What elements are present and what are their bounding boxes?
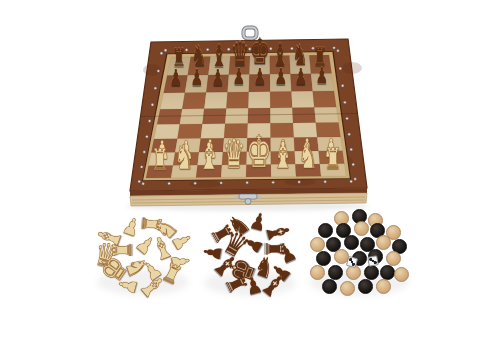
frame-pin-icon bbox=[157, 70, 159, 72]
frame-pin-icon bbox=[249, 48, 251, 50]
frame-pin-icon bbox=[206, 48, 208, 50]
chess-board[interactable] bbox=[0, 0, 495, 343]
frame-pin-icon bbox=[168, 182, 170, 184]
frame-pin-icon bbox=[164, 49, 166, 51]
frame-pin-icon bbox=[194, 182, 196, 184]
frame-pin-icon bbox=[312, 47, 314, 49]
frame-pin-icon bbox=[148, 120, 150, 122]
frame-pin-icon bbox=[270, 48, 272, 50]
frame-pin-icon bbox=[140, 166, 142, 168]
frame-pin-icon bbox=[341, 85, 343, 87]
frame-burl-texture bbox=[189, 181, 221, 188]
frame-pin-icon bbox=[337, 50, 339, 52]
frame-pin-icon bbox=[143, 151, 145, 153]
frame-pin-icon bbox=[324, 181, 326, 183]
frame-pin-icon bbox=[142, 183, 144, 185]
frame-pin-icon bbox=[352, 163, 354, 165]
frame-pin-icon bbox=[346, 117, 348, 119]
frame-pin-icon bbox=[344, 101, 346, 103]
frame-pin-icon bbox=[333, 47, 335, 49]
frame-pin-icon bbox=[228, 48, 230, 50]
frame-pin-icon bbox=[151, 104, 153, 106]
frame-pin-icon bbox=[154, 87, 156, 89]
frame-pin-icon bbox=[220, 182, 222, 184]
frame-pin-icon bbox=[246, 181, 248, 183]
frame-pin-icon bbox=[160, 52, 162, 54]
frame-pin-icon bbox=[146, 135, 148, 137]
frame-pin-icon bbox=[339, 67, 341, 69]
product-photo: ♜♞♝♛♚♝♞♜♟♟♟♟♟♟♟♟♟♟♟♟♟♟♟♟♜♞♝♛♚♝♞♜ ♝♟♜♞♟♛♜… bbox=[0, 0, 495, 343]
frame-pin-icon bbox=[185, 49, 187, 51]
frame-pin-icon bbox=[272, 181, 274, 183]
frame-pin-icon bbox=[291, 47, 293, 49]
clasp-hook bbox=[245, 199, 251, 205]
frame-pin-icon bbox=[350, 148, 352, 150]
frame-pin-icon bbox=[348, 133, 350, 135]
frame-pin-icon bbox=[354, 178, 356, 180]
frame-burl-texture bbox=[342, 62, 362, 74]
frame-pin-icon bbox=[138, 180, 140, 182]
frame-pin-icon bbox=[298, 181, 300, 183]
frame-pin-icon bbox=[350, 180, 352, 182]
